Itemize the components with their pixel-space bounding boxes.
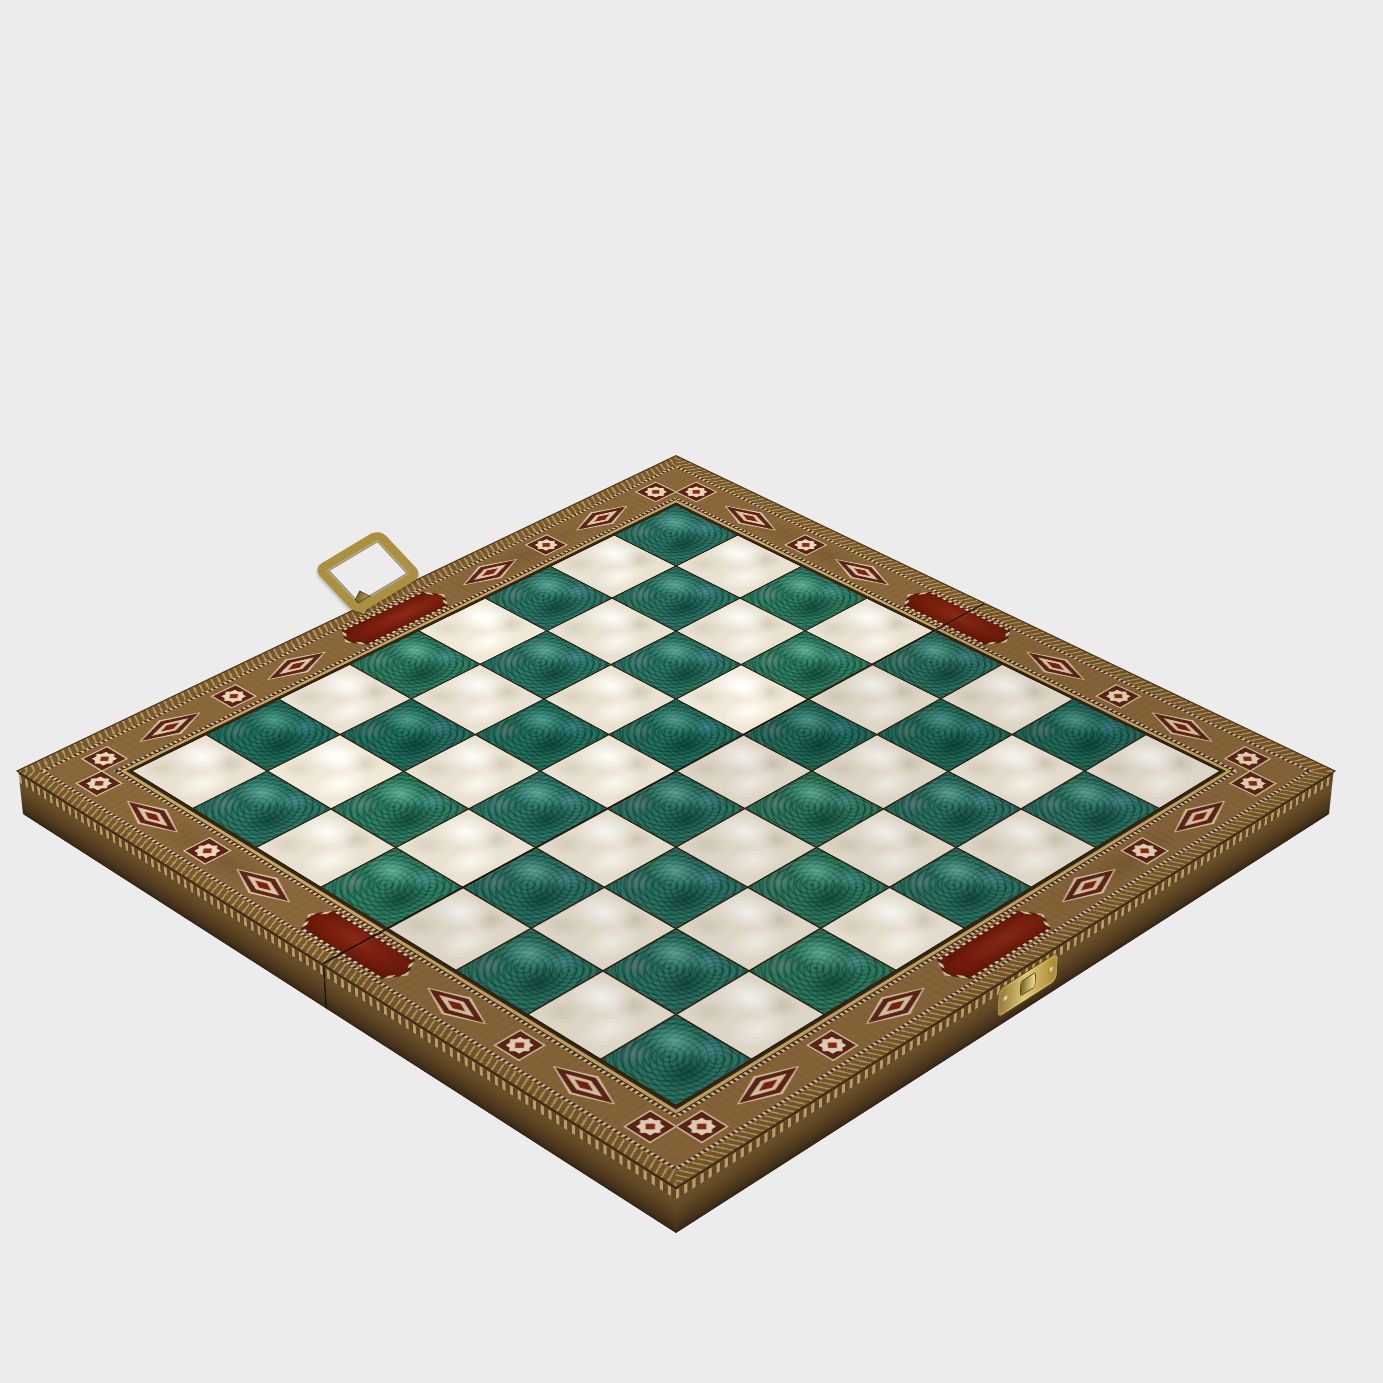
- latch-screw-icon: [1002, 995, 1007, 1004]
- board-grid: [129, 504, 1224, 1108]
- mosaic-star-inlay: [674, 1110, 729, 1144]
- mosaic-star-inlay: [1095, 684, 1142, 709]
- mosaic-star-inlay: [806, 1029, 859, 1061]
- mosaic-star-inlay: [1120, 837, 1170, 865]
- mosaic-star-inlay: [525, 534, 569, 556]
- chess-board: [18, 456, 1333, 1186]
- mosaic-star-inlay: [211, 684, 258, 709]
- latch-tongue: [1020, 973, 1035, 996]
- mosaic-star-inlay: [783, 534, 827, 556]
- mosaic-star-inlay: [675, 482, 718, 503]
- mosaic-star-inlay: [81, 746, 129, 772]
- mosaic-star-inlay: [1224, 746, 1272, 772]
- mosaic-star-inlay: [634, 482, 677, 503]
- mosaic-star-inlay: [493, 1029, 546, 1061]
- mosaic-star-inlay: [182, 837, 232, 865]
- mosaic-star-inlay: [1229, 770, 1277, 796]
- latch-screw-icon: [1048, 966, 1053, 975]
- scene: [0, 0, 1383, 1383]
- board-top-face: [18, 456, 1333, 1186]
- mosaic-star-inlay: [623, 1110, 678, 1144]
- mosaic-star-inlay: [75, 770, 123, 796]
